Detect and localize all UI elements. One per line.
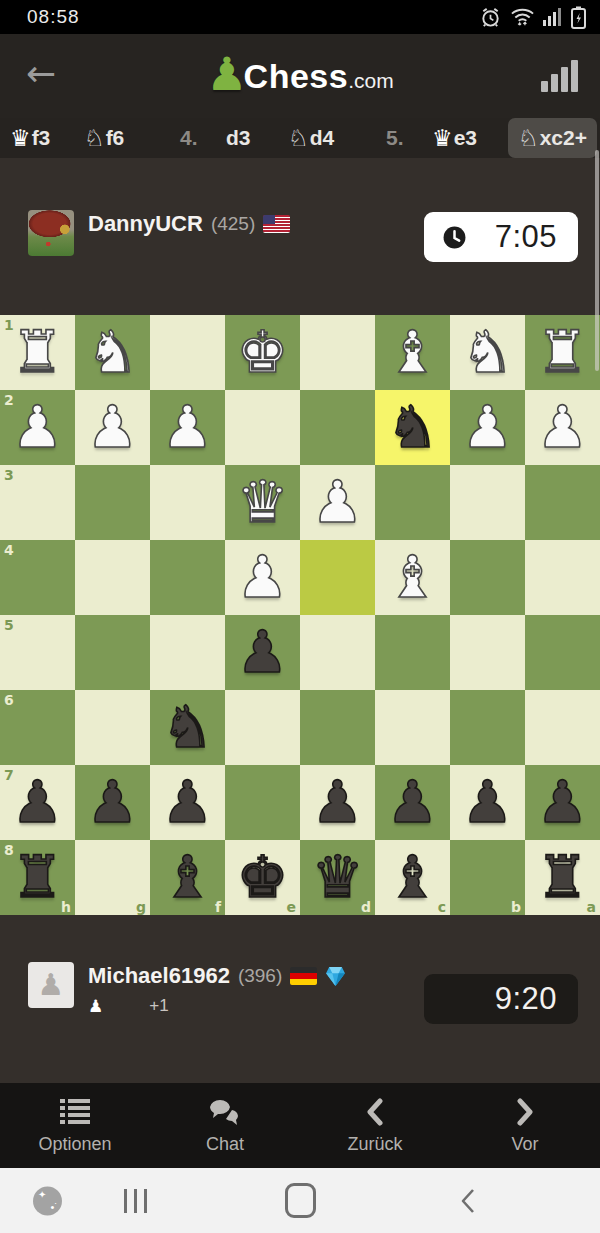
square-g3[interactable] — [75, 465, 150, 540]
square-b1[interactable]: ♞ — [450, 315, 525, 390]
black-pawn: ♟ — [75, 765, 150, 840]
white-rook: ♜ — [525, 315, 600, 390]
white-knight: ♞ — [75, 315, 150, 390]
black-pawn: ♟ — [450, 765, 525, 840]
square-g5[interactable] — [75, 615, 150, 690]
chevron-right-icon — [516, 1097, 534, 1127]
square-f8[interactable]: f♝ — [150, 840, 225, 915]
player-bottom-rating: (396) — [238, 965, 282, 987]
nav-chat-label: Chat — [206, 1134, 244, 1155]
square-h8[interactable]: 8h♜ — [0, 840, 75, 915]
square-g1[interactable]: ♞ — [75, 315, 150, 390]
square-h7[interactable]: 7♟ — [0, 765, 75, 840]
chevron-left-icon — [366, 1097, 384, 1127]
square-e2[interactable] — [225, 390, 300, 465]
black-bishop: ♝ — [150, 840, 225, 915]
recent-apps-button[interactable] — [115, 1168, 155, 1233]
square-a6[interactable] — [525, 690, 600, 765]
square-g8[interactable]: g — [75, 840, 150, 915]
default-avatar-pawn-icon: ♟ — [38, 970, 65, 1000]
alarm-icon — [479, 6, 502, 29]
android-nav-bar — [0, 1168, 600, 1233]
move-list: ♛f3♘f64.d3♘d45.♛e3♘xc2+ — [0, 118, 600, 158]
white-pawn: ♟ — [150, 390, 225, 465]
black-knight: ♞ — [375, 390, 450, 465]
square-d5[interactable] — [300, 615, 375, 690]
nav-forward-button[interactable]: Vor — [450, 1083, 600, 1168]
player-top-name-line: DannyUCR (425) — [88, 211, 290, 237]
square-d8[interactable]: d♛ — [300, 840, 375, 915]
connection-bars-icon[interactable] — [541, 58, 578, 92]
square-g4[interactable] — [75, 540, 150, 615]
square-e8[interactable]: e♚ — [225, 840, 300, 915]
us-flag-icon — [263, 215, 290, 233]
rank-label-5: 5 — [4, 617, 14, 633]
nav-options-button[interactable]: Optionen — [0, 1083, 150, 1168]
square-f7[interactable]: ♟ — [150, 765, 225, 840]
square-e1[interactable]: ♚ — [225, 315, 300, 390]
square-g7[interactable]: ♟ — [75, 765, 150, 840]
nav-back-button[interactable]: Zurück — [300, 1083, 450, 1168]
rank-label-2: 2 — [4, 392, 14, 408]
white-bishop: ♝ — [375, 315, 450, 390]
move-item-d3[interactable]: d3 — [226, 118, 251, 158]
captured-white-pawn-icon: ♟ — [88, 996, 103, 1016]
file-label-f: f — [215, 899, 221, 915]
options-list-icon — [60, 1097, 90, 1127]
file-label-a: a — [587, 899, 596, 915]
square-h3[interactable]: 3 — [0, 465, 75, 540]
wifi-icon — [510, 6, 535, 29]
square-a4[interactable] — [525, 540, 600, 615]
square-a5[interactable] — [525, 615, 600, 690]
white-pawn: ♟ — [75, 390, 150, 465]
square-f2[interactable]: ♟ — [150, 390, 225, 465]
avatar-michael[interactable]: ♟ — [28, 962, 74, 1008]
square-h5[interactable]: 5 — [0, 615, 75, 690]
rank-label-1: 1 — [4, 317, 14, 333]
clock-bottom-time: 9:20 — [424, 981, 578, 1017]
square-d6[interactable] — [300, 690, 375, 765]
white-pawn: ♟ — [450, 390, 525, 465]
square-c3[interactable] — [375, 465, 450, 540]
square-h4[interactable]: 4 — [0, 540, 75, 615]
status-bar: 08:58 — [0, 0, 600, 34]
bottom-nav: Optionen Chat Zurück — [0, 1083, 600, 1168]
square-h2[interactable]: 2♟ — [0, 390, 75, 465]
chess-board: 1♜♞♚♝♞♜2♟♟♟♞♟♟3♛♟4♟♝5♟6♞7♟♟♟♟♟♟♟8h♜gf♝e♚… — [0, 315, 600, 915]
square-b3[interactable] — [450, 465, 525, 540]
status-icons — [479, 5, 586, 29]
square-c8[interactable]: c♝ — [375, 840, 450, 915]
square-c2[interactable]: ♞ — [375, 390, 450, 465]
logo-suffix: .com — [348, 69, 394, 93]
square-a8[interactable]: a♜ — [525, 840, 600, 915]
square-e7[interactable] — [225, 765, 300, 840]
square-h1[interactable]: 1♜ — [0, 315, 75, 390]
square-f4[interactable] — [150, 540, 225, 615]
black-pawn: ♟ — [150, 765, 225, 840]
move-number: 5. — [386, 118, 404, 158]
square-f6[interactable]: ♞ — [150, 690, 225, 765]
square-c6[interactable] — [375, 690, 450, 765]
square-e4[interactable]: ♟ — [225, 540, 300, 615]
white-knight-icon: ♘ — [288, 125, 309, 151]
move-item-e3[interactable]: ♛e3 — [432, 118, 477, 158]
white-queen-icon: ♛ — [10, 125, 31, 151]
avatar-dannyucr[interactable] — [28, 210, 74, 256]
square-g6[interactable] — [75, 690, 150, 765]
nav-options-label: Optionen — [38, 1134, 111, 1155]
rank-label-6: 6 — [4, 692, 14, 708]
chesscom-logo: ♟ Chess .com — [0, 34, 600, 118]
white-pawn: ♟ — [300, 465, 375, 540]
game-launcher-icon[interactable] — [33, 1186, 62, 1215]
white-knight: ♞ — [450, 315, 525, 390]
square-d7[interactable]: ♟ — [300, 765, 375, 840]
white-queen-icon: ♛ — [432, 125, 453, 151]
material-score: +1 — [149, 996, 168, 1016]
square-b2[interactable]: ♟ — [450, 390, 525, 465]
premium-diamond-icon — [325, 966, 346, 987]
file-label-c: c — [438, 899, 446, 915]
square-b7[interactable]: ♟ — [450, 765, 525, 840]
app-header: ← ♟ Chess .com — [0, 34, 600, 118]
de-flag-icon — [290, 967, 317, 985]
nav-forward-label: Vor — [511, 1134, 538, 1155]
square-d1[interactable] — [300, 315, 375, 390]
clock-top-time: 7:05 — [467, 219, 578, 255]
square-h6[interactable]: 6 — [0, 690, 75, 765]
square-f3[interactable] — [150, 465, 225, 540]
home-button[interactable] — [280, 1168, 320, 1233]
square-f5[interactable] — [150, 615, 225, 690]
signal-strength-icon — [543, 6, 563, 28]
square-b5[interactable] — [450, 615, 525, 690]
file-label-e: e — [287, 899, 297, 915]
nav-chat-button[interactable]: Chat — [150, 1083, 300, 1168]
square-g2[interactable]: ♟ — [75, 390, 150, 465]
black-pawn: ♟ — [525, 765, 600, 840]
player-bottom-name: Michael61962 — [88, 963, 230, 989]
file-label-g: g — [136, 899, 146, 915]
logo-pawn-icon: ♟ — [206, 51, 247, 97]
move-item-f6[interactable]: ♘f6 — [84, 118, 124, 158]
black-knight: ♞ — [150, 690, 225, 765]
square-c7[interactable]: ♟ — [375, 765, 450, 840]
move-number: 4. — [180, 118, 198, 158]
rank-label-3: 3 — [4, 467, 14, 483]
player-row-top: DannyUCR (425) 7:05 — [0, 210, 600, 270]
move-item-d4[interactable]: ♘d4 — [288, 118, 334, 158]
black-pawn: ♟ — [375, 765, 450, 840]
square-e5[interactable]: ♟ — [225, 615, 300, 690]
file-label-h: h — [61, 899, 71, 915]
status-time: 08:58 — [27, 6, 80, 28]
square-a3[interactable] — [525, 465, 600, 540]
black-pawn: ♟ — [225, 615, 300, 690]
white-king: ♚ — [225, 315, 300, 390]
square-d2[interactable] — [300, 390, 375, 465]
white-bishop: ♝ — [375, 540, 450, 615]
square-a1[interactable]: ♜ — [525, 315, 600, 390]
player-top-name: DannyUCR — [88, 211, 203, 237]
captured-material: ♟ +1 — [88, 995, 169, 1017]
rank-label-7: 7 — [4, 767, 14, 783]
scrollbar[interactable] — [595, 150, 599, 371]
clock-bottom: 9:20 — [424, 974, 578, 1024]
square-c1[interactable]: ♝ — [375, 315, 450, 390]
player-row-bottom: ♟ Michael61962 (396) ♟ +1 9:20 — [0, 962, 600, 1022]
white-pawn: ♟ — [525, 390, 600, 465]
black-pawn: ♟ — [300, 765, 375, 840]
file-label-d: d — [361, 899, 371, 915]
square-e3[interactable]: ♛ — [225, 465, 300, 540]
square-e6[interactable] — [225, 690, 300, 765]
clock-top: 7:05 — [424, 212, 578, 262]
square-f1[interactable] — [150, 315, 225, 390]
chat-bubbles-icon — [208, 1097, 242, 1127]
square-d3[interactable]: ♟ — [300, 465, 375, 540]
player-top-rating: (425) — [211, 213, 255, 235]
square-a2[interactable]: ♟ — [525, 390, 600, 465]
square-b8[interactable]: b — [450, 840, 525, 915]
player-bottom-name-line: Michael61962 (396) — [88, 963, 346, 989]
android-back-button[interactable] — [448, 1168, 488, 1233]
battery-charging-icon — [571, 6, 586, 29]
square-b4[interactable] — [450, 540, 525, 615]
clock-icon — [442, 225, 467, 250]
square-c4[interactable]: ♝ — [375, 540, 450, 615]
move-item-xc2+[interactable]: ♘xc2+ — [508, 118, 597, 158]
square-d4[interactable] — [300, 540, 375, 615]
nav-back-label: Zurück — [347, 1134, 402, 1155]
move-item-f3[interactable]: ♛f3 — [10, 118, 50, 158]
white-queen: ♛ — [225, 465, 300, 540]
square-b6[interactable] — [450, 690, 525, 765]
logo-text: Chess — [244, 57, 349, 96]
rank-label-8: 8 — [4, 842, 14, 858]
white-knight-icon: ♘ — [84, 125, 105, 151]
rank-label-4: 4 — [4, 542, 14, 558]
file-label-b: b — [511, 899, 521, 915]
white-pawn: ♟ — [225, 540, 300, 615]
chess-app-screen: 08:58 ← ♟ Che — [0, 0, 600, 1233]
square-a7[interactable]: ♟ — [525, 765, 600, 840]
square-c5[interactable] — [375, 615, 450, 690]
white-knight-icon: ♘ — [518, 125, 539, 151]
